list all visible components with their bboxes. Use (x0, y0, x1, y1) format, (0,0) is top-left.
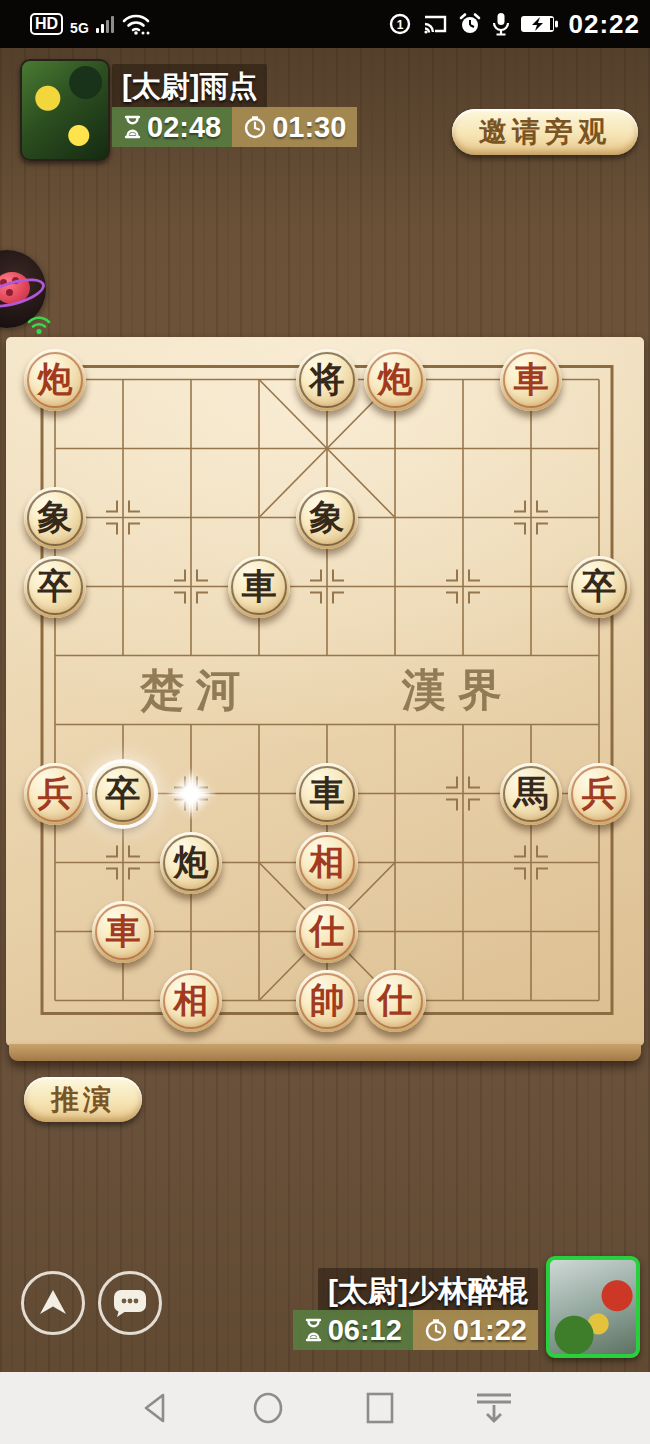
invite-spectators-button[interactable]: 邀请旁观 (452, 109, 638, 155)
player-bottom-game-timer: 01:22 (453, 1314, 527, 1347)
planet-icon (0, 272, 30, 304)
piece-black-象-f0r2[interactable]: 象 (24, 487, 86, 549)
data-saver-icon: 1 (388, 12, 412, 36)
hd-badge: HD (30, 13, 63, 35)
hourglass-icon (123, 114, 142, 140)
back-button[interactable] (139, 1391, 171, 1425)
piece-black-卒-f0r3[interactable]: 卒 (24, 556, 86, 618)
recent-apps-button[interactable] (365, 1391, 395, 1425)
signal-strength-icon (96, 15, 114, 33)
piece-red-相-f2r9[interactable]: 相 (160, 970, 222, 1032)
piece-red-炮-f5r0[interactable]: 炮 (364, 349, 426, 411)
svg-text:1: 1 (396, 18, 403, 32)
battery-charging-icon (520, 13, 560, 35)
alarm-icon (458, 12, 482, 36)
clock-time: 02:22 (569, 9, 641, 40)
last-move-origin-marker (164, 767, 218, 821)
hourglass-icon (304, 1317, 323, 1343)
piece-black-卒-f8r3[interactable]: 卒 (568, 556, 630, 618)
piece-black-馬-f7r6[interactable]: 馬 (500, 763, 562, 825)
clock-icon (424, 1318, 448, 1342)
expand-menu-button[interactable] (21, 1271, 85, 1335)
piece-black-卒-f1r6[interactable]: 卒 (92, 763, 154, 825)
piece-red-兵-f8r6[interactable]: 兵 (568, 763, 630, 825)
player-top-avatar[interactable] (20, 59, 110, 161)
pieces-layer: 炮将炮車象象卒車卒兵卒車馬兵炮相車仕相帥仕 (21, 345, 633, 1035)
up-arrow-icon (35, 1285, 71, 1321)
piece-red-帥-f4r9[interactable]: 帥 (296, 970, 358, 1032)
microphone-icon (491, 11, 511, 37)
piece-red-相-f4r7[interactable]: 相 (296, 832, 358, 894)
player-top-game-timer: 01:30 (272, 111, 346, 144)
screen-cast-icon (421, 12, 449, 36)
xiangqi-board[interactable]: 楚河 漢界 炮将炮車象象卒車卒兵卒車馬兵炮相車仕相帥仕 (6, 337, 644, 1046)
hide-navigation-button[interactable] (475, 1391, 513, 1425)
piece-red-兵-f0r6[interactable]: 兵 (24, 763, 86, 825)
deduce-button[interactable]: 推演 (24, 1077, 142, 1122)
network-type-label: 5G (70, 20, 89, 36)
piece-red-仕-f4r8[interactable]: 仕 (296, 901, 358, 963)
piece-black-車-f3r3[interactable]: 車 (228, 556, 290, 618)
player-top-name: [太尉]雨点 (112, 64, 267, 110)
player-bottom-move-timer: 06:12 (328, 1314, 402, 1347)
clock-icon (243, 115, 267, 139)
player-top-timers: 02:48 01:30 (112, 107, 357, 147)
android-nav-bar (0, 1372, 650, 1444)
home-button[interactable] (251, 1391, 285, 1425)
piece-black-象-f4r2[interactable]: 象 (296, 487, 358, 549)
piece-black-車-f4r6[interactable]: 車 (296, 763, 358, 825)
status-bar: HD 5G 1 (0, 0, 650, 48)
piece-red-仕-f5r9[interactable]: 仕 (364, 970, 426, 1032)
player-bottom-name: [太尉]少林醉棍 (318, 1268, 538, 1315)
piece-red-車-f7r0[interactable]: 車 (500, 349, 562, 411)
piece-red-炮-f0r0[interactable]: 炮 (24, 349, 86, 411)
chat-button[interactable] (98, 1271, 162, 1335)
chat-bubble-icon (111, 1286, 149, 1320)
player-top-move-timer: 02:48 (147, 111, 221, 144)
wifi-icon (121, 12, 151, 36)
piece-black-炮-f2r7[interactable]: 炮 (160, 832, 222, 894)
network-status-icon (26, 314, 52, 336)
player-bottom-timers: 06:12 01:22 (293, 1310, 538, 1350)
player-bottom-avatar[interactable] (546, 1256, 640, 1358)
piece-black-将-f4r0[interactable]: 将 (296, 349, 358, 411)
piece-red-車-f1r8[interactable]: 車 (92, 901, 154, 963)
